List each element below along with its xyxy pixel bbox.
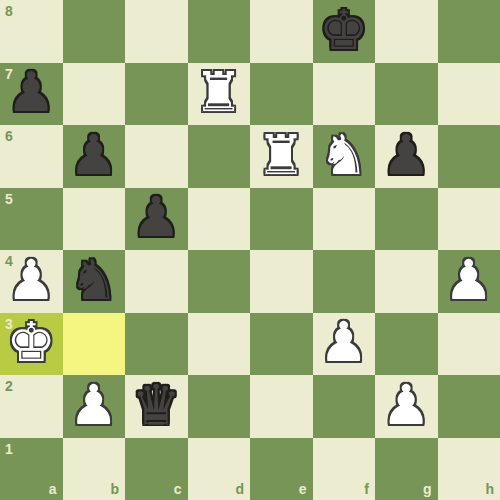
black-king[interactable]: ♚ bbox=[319, 3, 368, 58]
square-d6[interactable] bbox=[188, 125, 251, 188]
square-h8[interactable] bbox=[438, 0, 500, 63]
square-e6[interactable]: ♜ bbox=[250, 125, 313, 188]
square-c5[interactable]: ♟ bbox=[125, 188, 188, 251]
square-b1[interactable]: b bbox=[63, 438, 126, 500]
white-pawn[interactable]: ♟ bbox=[319, 315, 368, 370]
file-label-h: h bbox=[485, 482, 494, 496]
square-f2[interactable] bbox=[313, 375, 376, 438]
square-h5[interactable] bbox=[438, 188, 500, 251]
square-a7[interactable]: 7♟ bbox=[0, 63, 63, 126]
square-a2[interactable]: 2 bbox=[0, 375, 63, 438]
white-rook[interactable]: ♜ bbox=[194, 65, 243, 120]
square-b3[interactable] bbox=[63, 313, 126, 376]
rank-label-5: 5 bbox=[5, 192, 13, 206]
white-pawn[interactable]: ♟ bbox=[382, 378, 431, 433]
chess-board: 8♚7♟♜6♟♜♞♟5♟4♟♞♟3♚♟2♟♛♟1abcdefgh bbox=[0, 0, 500, 500]
square-b5[interactable] bbox=[63, 188, 126, 251]
square-d8[interactable] bbox=[188, 0, 251, 63]
square-c7[interactable] bbox=[125, 63, 188, 126]
white-pawn[interactable]: ♟ bbox=[69, 378, 118, 433]
rank-label-6: 6 bbox=[5, 129, 13, 143]
square-e8[interactable] bbox=[250, 0, 313, 63]
square-g6[interactable]: ♟ bbox=[375, 125, 438, 188]
square-a3[interactable]: 3♚ bbox=[0, 313, 63, 376]
rank-label-1: 1 bbox=[5, 442, 13, 456]
square-f1[interactable]: f bbox=[313, 438, 376, 500]
square-e5[interactable] bbox=[250, 188, 313, 251]
file-label-a: a bbox=[49, 482, 57, 496]
file-label-c: c bbox=[174, 482, 182, 496]
square-d5[interactable] bbox=[188, 188, 251, 251]
black-pawn[interactable]: ♟ bbox=[7, 65, 56, 120]
square-g7[interactable] bbox=[375, 63, 438, 126]
square-h1[interactable]: h bbox=[438, 438, 500, 500]
square-b7[interactable] bbox=[63, 63, 126, 126]
square-d3[interactable] bbox=[188, 313, 251, 376]
square-g8[interactable] bbox=[375, 0, 438, 63]
square-b4[interactable]: ♞ bbox=[63, 250, 126, 313]
square-g3[interactable] bbox=[375, 313, 438, 376]
square-e7[interactable] bbox=[250, 63, 313, 126]
square-e3[interactable] bbox=[250, 313, 313, 376]
square-f5[interactable] bbox=[313, 188, 376, 251]
white-king[interactable]: ♚ bbox=[7, 315, 56, 370]
square-c2[interactable]: ♛ bbox=[125, 375, 188, 438]
square-a6[interactable]: 6 bbox=[0, 125, 63, 188]
square-e4[interactable] bbox=[250, 250, 313, 313]
square-c1[interactable]: c bbox=[125, 438, 188, 500]
square-a8[interactable]: 8 bbox=[0, 0, 63, 63]
square-f4[interactable] bbox=[313, 250, 376, 313]
square-d4[interactable] bbox=[188, 250, 251, 313]
square-h2[interactable] bbox=[438, 375, 500, 438]
white-knight[interactable]: ♞ bbox=[319, 128, 368, 183]
square-a4[interactable]: 4♟ bbox=[0, 250, 63, 313]
square-d2[interactable] bbox=[188, 375, 251, 438]
square-e1[interactable]: e bbox=[250, 438, 313, 500]
square-h4[interactable]: ♟ bbox=[438, 250, 500, 313]
square-b2[interactable]: ♟ bbox=[63, 375, 126, 438]
black-knight[interactable]: ♞ bbox=[69, 253, 118, 308]
square-g1[interactable]: g bbox=[375, 438, 438, 500]
square-a1[interactable]: 1a bbox=[0, 438, 63, 500]
square-f6[interactable]: ♞ bbox=[313, 125, 376, 188]
square-b6[interactable]: ♟ bbox=[63, 125, 126, 188]
white-rook[interactable]: ♜ bbox=[257, 128, 306, 183]
rank-label-8: 8 bbox=[5, 4, 13, 18]
file-label-f: f bbox=[364, 482, 369, 496]
white-pawn[interactable]: ♟ bbox=[7, 253, 56, 308]
square-d7[interactable]: ♜ bbox=[188, 63, 251, 126]
square-g2[interactable]: ♟ bbox=[375, 375, 438, 438]
square-h7[interactable] bbox=[438, 63, 500, 126]
square-g5[interactable] bbox=[375, 188, 438, 251]
square-h3[interactable] bbox=[438, 313, 500, 376]
file-label-d: d bbox=[235, 482, 244, 496]
rank-label-2: 2 bbox=[5, 379, 13, 393]
black-pawn[interactable]: ♟ bbox=[69, 128, 118, 183]
black-pawn[interactable]: ♟ bbox=[382, 128, 431, 183]
square-c8[interactable] bbox=[125, 0, 188, 63]
square-f8[interactable]: ♚ bbox=[313, 0, 376, 63]
square-c6[interactable] bbox=[125, 125, 188, 188]
square-g4[interactable] bbox=[375, 250, 438, 313]
square-a5[interactable]: 5 bbox=[0, 188, 63, 251]
square-d1[interactable]: d bbox=[188, 438, 251, 500]
file-label-e: e bbox=[299, 482, 307, 496]
black-queen[interactable]: ♛ bbox=[132, 378, 181, 433]
square-c4[interactable] bbox=[125, 250, 188, 313]
square-f7[interactable] bbox=[313, 63, 376, 126]
file-label-b: b bbox=[110, 482, 119, 496]
square-e2[interactable] bbox=[250, 375, 313, 438]
black-pawn[interactable]: ♟ bbox=[132, 190, 181, 245]
square-h6[interactable] bbox=[438, 125, 500, 188]
square-c3[interactable] bbox=[125, 313, 188, 376]
square-f3[interactable]: ♟ bbox=[313, 313, 376, 376]
white-pawn[interactable]: ♟ bbox=[444, 253, 493, 308]
file-label-g: g bbox=[423, 482, 432, 496]
square-b8[interactable] bbox=[63, 0, 126, 63]
